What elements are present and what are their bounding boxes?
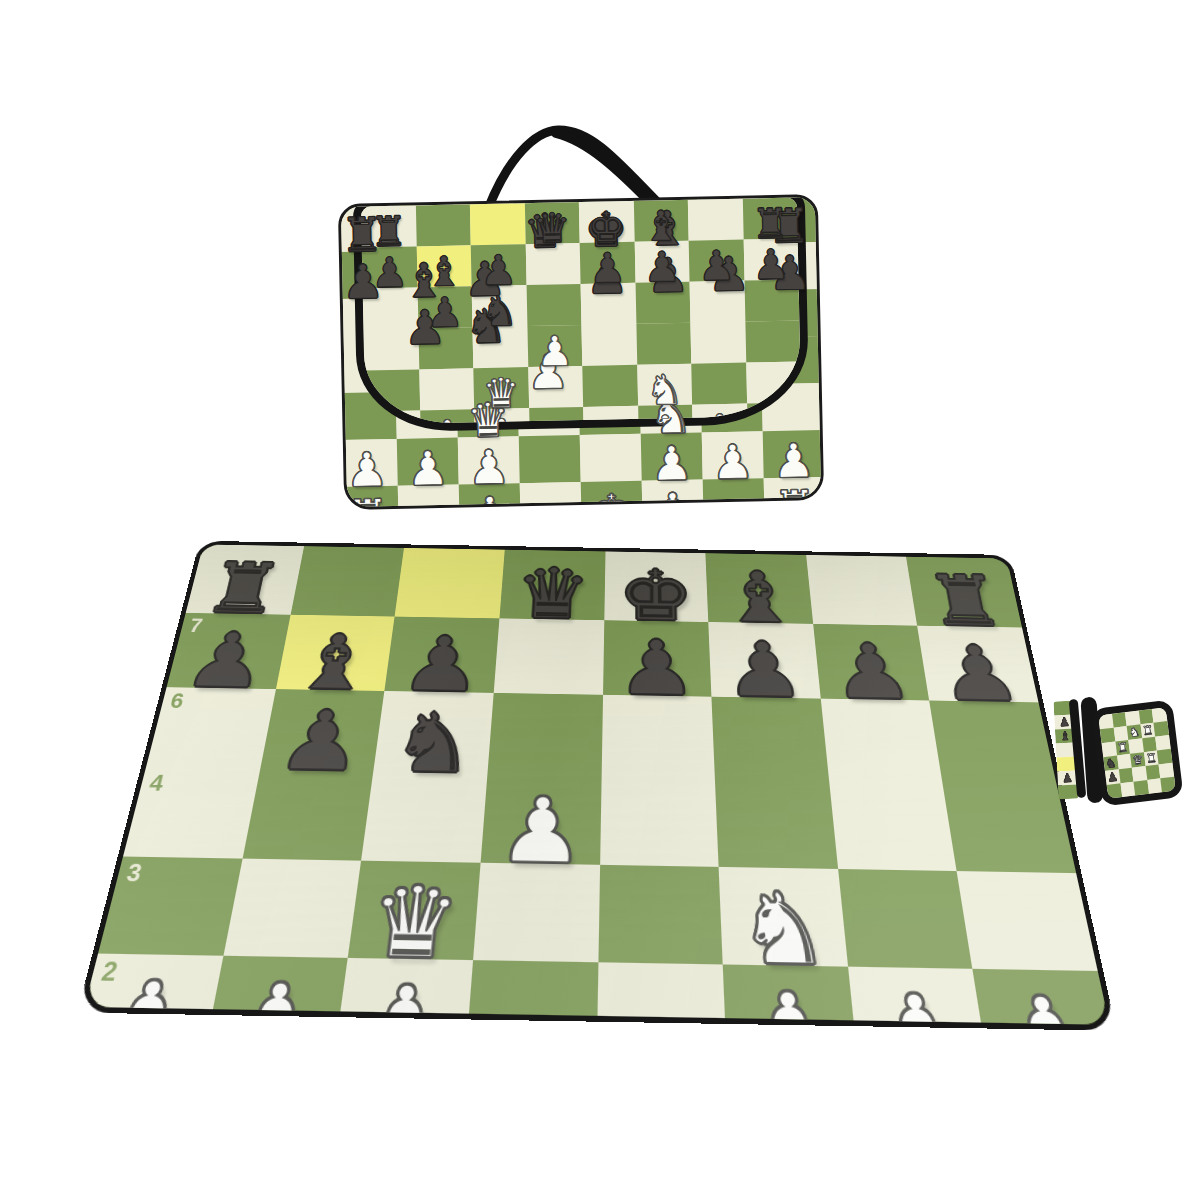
square-e6 [581,283,636,325]
product-photo-picnic-mat-chess: ♜♛♚♝♜♟♝♟♟♟♟♟♟♞♟♛♞♟♟♟♟♟♟♜♝♚♝♜ ♜♛♚♝♜♟♝♟♟♟♟… [0,0,1200,1200]
square-b6: ♟ [417,286,472,328]
white-pawn-piece: ♟ [740,979,842,1031]
folded-mat-bag: ♜♛♚♝♜♟♝♟♟♟♟♟♟♞♟♛♞♟♟♟♟♟♟♜♝♚♝♜ ♜♛♚♝♜♟♝♟♟♟♟… [338,194,824,510]
black-knight-piece: ♞ [1105,757,1117,770]
square-g3 [691,363,746,405]
square-g2: ♟ [702,431,764,479]
square-c1: ♝ [459,483,521,510]
square-f6 [712,697,829,780]
square-a2: ♟ [338,439,398,487]
white-rook-piece: ♜ [346,493,389,510]
white-queen-piece: ♛ [1132,753,1144,766]
square-h7: ♟ [743,238,798,280]
square-h6 [930,701,1057,784]
square-d7 [494,618,604,694]
rank-label-2: 2 [98,957,120,988]
square-d3 [528,366,583,408]
square-f4 [715,778,838,869]
square-a4: 4 [123,768,260,859]
square-h7: ♟ [917,626,1038,703]
square-a1: ♜ [338,486,399,510]
square-c3: ♛ [473,367,528,409]
square-h8: ♜ [906,557,1022,628]
white-rook-piece: ♜ [1142,724,1154,737]
square-f8: ♝ [705,553,812,624]
square-e2 [580,434,642,482]
rank-label-7: 7 [187,615,204,636]
square-b8 [290,546,404,616]
closure-flap-patch: ♞♜♜♞♛♜♟ [1090,699,1183,806]
square-f1: ♝ [642,479,704,510]
square-a6 [363,287,418,329]
white-rook-piece: ♜ [773,484,816,510]
bag-handle-strap-back [556,133,654,206]
square-a6: 6 [146,687,276,770]
square-g6 [690,281,745,323]
square-e2 [596,962,727,1030]
square-b3 [419,368,474,410]
square-a7: ♟7 [167,613,291,689]
square-d6 [487,693,602,776]
square-e3 [598,865,723,965]
square-g7: ♟ [813,624,930,701]
square-f4 [636,323,691,365]
white-bishop-piece: ♝ [651,486,694,510]
square-b1 [398,485,460,510]
white-bishop-piece: ♝ [468,490,511,510]
square-f6 [635,282,690,324]
square-e1: ♚ [581,481,643,510]
square-f8: ♝ [633,200,688,242]
square-c2: ♟ [474,408,529,433]
square-e8: ♚ [604,551,709,622]
closure-flap-square [1161,777,1176,793]
square-b4 [418,327,473,369]
square-b7: ♝ [416,245,471,287]
white-pawn-piece: ♟ [349,973,455,1031]
square-d8: ♛ [524,202,579,244]
square-d1 [520,482,582,510]
square-a8: ♜ [186,544,304,614]
square-h3 [957,871,1098,971]
square-g8 [688,199,743,241]
square-c6: ♞ [373,691,493,774]
chess-board: ♜♛♚♝♜♟7♝♟♟♟♟♟6♟♞54♟3♛♞♟2♟♟♟♟♟♜1ab♝cd♚e♝f… [84,544,1109,1024]
square-d2 [519,435,581,483]
bag-front-flap: ♜♛♚♝♜♟♝♟♟♟♟♟♟♞♟♛♞♟♟♟♟♟♟♜♝♚♝♜ [353,194,810,433]
square-c2: ♟ [333,958,473,1031]
square-g6 [821,699,943,782]
black-bishop-piece: ♝ [1060,730,1071,743]
square-c7: ♟ [471,244,526,286]
black-pawn-piece: ♟ [1059,716,1070,729]
square-c8 [470,203,525,245]
square-a4 [363,328,418,370]
white-king-piece: ♚ [590,488,633,510]
white-pawn-piece: ♟ [216,970,329,1030]
square-d6 [526,284,581,326]
square-g7: ♟ [689,240,744,282]
square-b6: ♟ [260,689,385,772]
square-d8: ♛ [499,550,605,620]
square-f7: ♟ [634,241,689,283]
white-knight-piece: ♞ [1128,726,1140,739]
square-b7: ♝ [276,615,395,691]
bag-flap-chess-print: ♜♛♚♝♜♟♝♟♟♟♟♟♟♞♟♛♞♟♟♟♟♟♟♜♝♚♝♜ [361,197,802,432]
square-h8: ♜ [742,197,797,239]
square-f3: ♞ [719,867,848,967]
white-rook-piece: ♜ [1145,752,1157,765]
square-d7 [525,243,580,285]
rank-label-4: 4 [147,771,166,796]
square-f2: ♟ [641,432,703,480]
square-e3 [582,365,637,407]
square-g4 [690,322,745,364]
square-b2: ♟ [202,956,348,1031]
square-c4 [361,772,487,863]
black-pawn-piece: ♟ [1062,772,1073,785]
square-g4 [829,780,957,871]
square-a3: 3 [98,856,242,955]
rank-label-3: 3 [124,860,145,888]
white-rook-piece: ♜ [1117,741,1129,754]
black-pawn-piece: ♟ [1106,771,1118,784]
square-h2: ♟ [763,430,824,478]
square-h4 [745,320,800,362]
rank-label-6: 6 [168,690,186,713]
square-c3: ♛ [348,861,480,960]
square-h1: ♜ [764,477,824,510]
square-c7: ♟ [385,617,500,693]
square-e6 [601,695,715,778]
square-f7: ♟ [708,622,820,699]
square-d3 [473,863,600,963]
square-f2: ♟ [723,964,859,1030]
square-e7: ♟ [580,242,635,284]
square-a2: ♟2 [77,954,223,1031]
square-c8 [395,548,505,618]
square-b2: ♟ [397,438,459,486]
square-g3 [838,869,973,969]
square-a8: ♜ [361,205,416,247]
square-d4: ♟ [480,774,601,865]
square-d2 [465,960,598,1031]
square-f3: ♞ [637,364,692,406]
square-e8: ♚ [579,201,634,243]
square-b4 [242,770,373,861]
square-b8 [415,204,470,246]
square-e4 [581,324,636,366]
square-a7: ♟ [362,246,417,288]
square-e7: ♟ [603,620,712,696]
square-h6 [744,279,799,321]
square-g8 [806,555,918,626]
square-c6: ♞ [472,285,527,327]
square-d4: ♟ [527,325,582,367]
square-b3 [223,859,361,958]
square-g1 [703,478,765,510]
white-pawn-piece: ♟ [866,981,975,1030]
white-pawn-piece: ♟ [992,984,1107,1031]
closure-flap-mini-print: ♞♜♜♞♛♜♟ [1098,707,1176,799]
square-c4 [472,326,527,368]
square-e4 [600,776,719,867]
square-h4 [943,782,1076,873]
square-c2: ♟ [458,436,520,484]
square-g2: ♟ [848,967,990,1031]
open-picnic-mat: ♜♛♚♝♜♟7♝♟♟♟♟♟6♟♞54♟3♛♞♟2♟♟♟♟♟♜1ab♝cd♚e♝f… [77,541,1116,1031]
square-h2: ♟ [973,969,1117,1031]
